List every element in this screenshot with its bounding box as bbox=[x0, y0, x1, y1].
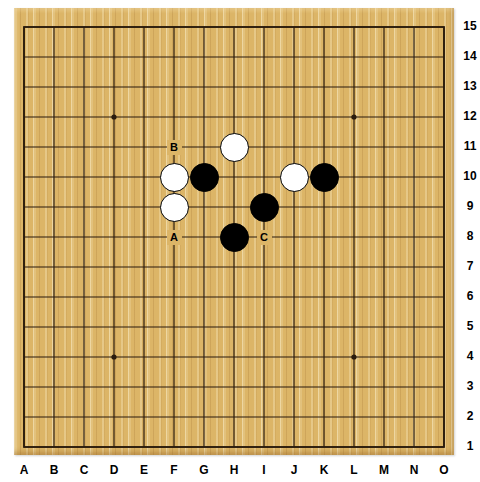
coord-col-B: B bbox=[44, 463, 64, 479]
coord-col-E: E bbox=[134, 463, 154, 479]
coord-col-K: K bbox=[314, 463, 334, 479]
board-overlay: ABCABCDEFGHIJKLMNO123456789101112131415 bbox=[0, 0, 480, 482]
coord-row-6: 6 bbox=[457, 289, 480, 305]
coord-col-O: O bbox=[434, 463, 454, 479]
coord-row-4: 4 bbox=[457, 349, 480, 365]
coord-col-D: D bbox=[104, 463, 124, 479]
coord-row-8: 8 bbox=[457, 229, 480, 245]
coord-col-I: I bbox=[254, 463, 274, 479]
coord-col-C: C bbox=[74, 463, 94, 479]
coord-col-N: N bbox=[404, 463, 424, 479]
coord-row-12: 12 bbox=[457, 109, 480, 125]
stone-white-F10 bbox=[160, 163, 189, 192]
coord-col-L: L bbox=[344, 463, 364, 479]
coord-row-11: 11 bbox=[457, 139, 480, 155]
stone-white-J10 bbox=[280, 163, 309, 192]
coord-col-F: F bbox=[164, 463, 184, 479]
go-diagram: ABCABCDEFGHIJKLMNO123456789101112131415 bbox=[0, 0, 480, 482]
marker-B-F11[interactable]: B bbox=[167, 140, 182, 155]
coord-row-13: 13 bbox=[457, 79, 480, 95]
stone-white-F9 bbox=[160, 193, 189, 222]
coord-row-15: 15 bbox=[457, 19, 480, 35]
coord-row-10: 10 bbox=[457, 169, 480, 185]
stone-white-H11 bbox=[220, 133, 249, 162]
marker-C-I8[interactable]: C bbox=[257, 230, 272, 245]
coord-col-J: J bbox=[284, 463, 304, 479]
coord-col-H: H bbox=[224, 463, 244, 479]
coord-row-7: 7 bbox=[457, 259, 480, 275]
stone-black-K10 bbox=[310, 163, 339, 192]
coord-col-A: A bbox=[14, 463, 34, 479]
coord-col-M: M bbox=[374, 463, 394, 479]
stone-black-G10 bbox=[190, 163, 219, 192]
stone-black-H8 bbox=[220, 223, 249, 252]
coord-row-2: 2 bbox=[457, 409, 480, 425]
marker-A-F8[interactable]: A bbox=[167, 230, 182, 245]
stone-black-I9 bbox=[250, 193, 279, 222]
coord-row-5: 5 bbox=[457, 319, 480, 335]
coord-row-3: 3 bbox=[457, 379, 480, 395]
coord-row-9: 9 bbox=[457, 199, 480, 215]
coord-col-G: G bbox=[194, 463, 214, 479]
coord-row-1: 1 bbox=[457, 439, 480, 455]
coord-row-14: 14 bbox=[457, 49, 480, 65]
